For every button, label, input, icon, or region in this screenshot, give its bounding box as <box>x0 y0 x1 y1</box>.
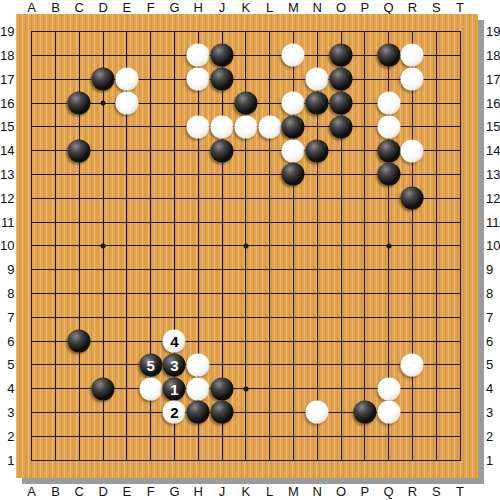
intersection-N9[interactable] <box>305 258 329 282</box>
intersection-J10[interactable] <box>210 234 234 258</box>
intersection-O6[interactable] <box>329 329 353 353</box>
intersection-P7[interactable] <box>353 305 377 329</box>
intersection-O5[interactable] <box>329 353 353 377</box>
intersection-R6[interactable] <box>401 329 425 353</box>
intersection-Q16[interactable] <box>377 91 401 115</box>
intersection-K15[interactable] <box>234 115 258 139</box>
intersection-F10[interactable] <box>139 234 163 258</box>
intersection-B14[interactable] <box>44 139 68 163</box>
intersection-R1[interactable] <box>401 448 425 472</box>
intersection-S8[interactable] <box>424 282 448 306</box>
intersection-G1[interactable] <box>163 448 187 472</box>
intersection-S19[interactable] <box>424 20 448 44</box>
intersection-H6[interactable] <box>186 329 210 353</box>
intersection-H16[interactable] <box>186 91 210 115</box>
intersection-D16[interactable] <box>91 91 115 115</box>
intersection-C14[interactable] <box>67 139 91 163</box>
intersection-E4[interactable] <box>115 377 139 401</box>
intersection-B18[interactable] <box>44 44 68 68</box>
intersection-M9[interactable] <box>282 258 306 282</box>
intersection-A15[interactable] <box>20 115 44 139</box>
intersection-P14[interactable] <box>353 139 377 163</box>
intersection-F9[interactable] <box>139 258 163 282</box>
intersection-R11[interactable] <box>401 210 425 234</box>
intersection-S17[interactable] <box>424 67 448 91</box>
intersection-J11[interactable] <box>210 210 234 234</box>
intersection-R13[interactable] <box>401 163 425 187</box>
intersection-S7[interactable] <box>424 305 448 329</box>
intersection-M14[interactable] <box>282 139 306 163</box>
intersection-M6[interactable] <box>282 329 306 353</box>
intersection-E11[interactable] <box>115 210 139 234</box>
intersection-S2[interactable] <box>424 424 448 448</box>
intersection-F14[interactable] <box>139 139 163 163</box>
intersection-O10[interactable] <box>329 234 353 258</box>
intersection-P6[interactable] <box>353 329 377 353</box>
intersection-N2[interactable] <box>305 424 329 448</box>
intersection-H13[interactable] <box>186 163 210 187</box>
intersection-C18[interactable] <box>67 44 91 68</box>
intersection-N19[interactable] <box>305 20 329 44</box>
intersection-T17[interactable] <box>448 67 472 91</box>
intersection-T3[interactable] <box>448 401 472 425</box>
intersection-F13[interactable] <box>139 163 163 187</box>
intersection-C4[interactable] <box>67 377 91 401</box>
intersection-P10[interactable] <box>353 234 377 258</box>
intersection-O9[interactable] <box>329 258 353 282</box>
intersection-P17[interactable] <box>353 67 377 91</box>
intersection-R8[interactable] <box>401 282 425 306</box>
intersection-R12[interactable] <box>401 186 425 210</box>
intersection-C2[interactable] <box>67 424 91 448</box>
intersection-H12[interactable] <box>186 186 210 210</box>
intersection-H19[interactable] <box>186 20 210 44</box>
intersection-F16[interactable] <box>139 91 163 115</box>
intersection-C8[interactable] <box>67 282 91 306</box>
intersection-J3[interactable] <box>210 401 234 425</box>
intersection-F1[interactable] <box>139 448 163 472</box>
intersection-J2[interactable] <box>210 424 234 448</box>
intersection-D4[interactable] <box>91 377 115 401</box>
intersection-E17[interactable] <box>115 67 139 91</box>
intersection-T14[interactable] <box>448 139 472 163</box>
intersection-E12[interactable] <box>115 186 139 210</box>
intersection-E2[interactable] <box>115 424 139 448</box>
intersection-L16[interactable] <box>258 91 282 115</box>
intersection-F3[interactable] <box>139 401 163 425</box>
intersection-K9[interactable] <box>234 258 258 282</box>
intersection-R17[interactable] <box>401 67 425 91</box>
intersection-T18[interactable] <box>448 44 472 68</box>
intersection-E5[interactable] <box>115 353 139 377</box>
intersection-D5[interactable] <box>91 353 115 377</box>
intersection-N17[interactable] <box>305 67 329 91</box>
intersection-F18[interactable] <box>139 44 163 68</box>
intersection-C5[interactable] <box>67 353 91 377</box>
intersection-Q9[interactable] <box>377 258 401 282</box>
intersection-F17[interactable] <box>139 67 163 91</box>
intersection-L15[interactable] <box>258 115 282 139</box>
intersection-K5[interactable] <box>234 353 258 377</box>
intersection-L17[interactable] <box>258 67 282 91</box>
intersection-F6[interactable] <box>139 329 163 353</box>
intersection-T9[interactable] <box>448 258 472 282</box>
intersection-R15[interactable] <box>401 115 425 139</box>
intersection-P9[interactable] <box>353 258 377 282</box>
intersection-J16[interactable] <box>210 91 234 115</box>
intersection-C19[interactable] <box>67 20 91 44</box>
intersection-Q19[interactable] <box>377 20 401 44</box>
intersection-P2[interactable] <box>353 424 377 448</box>
intersection-R19[interactable] <box>401 20 425 44</box>
intersection-S16[interactable] <box>424 91 448 115</box>
intersection-C9[interactable] <box>67 258 91 282</box>
intersection-A16[interactable] <box>20 91 44 115</box>
intersection-D3[interactable] <box>91 401 115 425</box>
intersection-G18[interactable] <box>163 44 187 68</box>
intersection-K10[interactable] <box>234 234 258 258</box>
intersection-L2[interactable] <box>258 424 282 448</box>
intersection-K8[interactable] <box>234 282 258 306</box>
intersection-Q5[interactable] <box>377 353 401 377</box>
intersection-F19[interactable] <box>139 20 163 44</box>
intersection-M13[interactable] <box>282 163 306 187</box>
intersection-A18[interactable] <box>20 44 44 68</box>
intersection-D10[interactable] <box>91 234 115 258</box>
intersection-A2[interactable] <box>20 424 44 448</box>
intersection-Q11[interactable] <box>377 210 401 234</box>
intersection-K17[interactable] <box>234 67 258 91</box>
intersection-A3[interactable] <box>20 401 44 425</box>
intersection-R4[interactable] <box>401 377 425 401</box>
intersection-N6[interactable] <box>305 329 329 353</box>
intersection-L14[interactable] <box>258 139 282 163</box>
intersection-T8[interactable] <box>448 282 472 306</box>
intersection-N3[interactable] <box>305 401 329 425</box>
intersection-Q6[interactable] <box>377 329 401 353</box>
intersection-H2[interactable] <box>186 424 210 448</box>
intersection-L6[interactable] <box>258 329 282 353</box>
intersection-P15[interactable] <box>353 115 377 139</box>
intersection-S14[interactable] <box>424 139 448 163</box>
intersection-A10[interactable] <box>20 234 44 258</box>
intersection-H11[interactable] <box>186 210 210 234</box>
intersection-Q3[interactable] <box>377 401 401 425</box>
intersection-O15[interactable] <box>329 115 353 139</box>
intersection-G5[interactable]: 3 <box>163 353 187 377</box>
intersection-G10[interactable] <box>163 234 187 258</box>
intersection-O16[interactable] <box>329 91 353 115</box>
intersection-D1[interactable] <box>91 448 115 472</box>
intersection-A14[interactable] <box>20 139 44 163</box>
intersection-H14[interactable] <box>186 139 210 163</box>
intersection-T5[interactable] <box>448 353 472 377</box>
intersection-G2[interactable] <box>163 424 187 448</box>
intersection-Q10[interactable] <box>377 234 401 258</box>
intersection-K11[interactable] <box>234 210 258 234</box>
intersection-H3[interactable] <box>186 401 210 425</box>
intersection-C12[interactable] <box>67 186 91 210</box>
intersection-O12[interactable] <box>329 186 353 210</box>
intersection-L18[interactable] <box>258 44 282 68</box>
intersection-O8[interactable] <box>329 282 353 306</box>
intersection-E16[interactable] <box>115 91 139 115</box>
intersection-O2[interactable] <box>329 424 353 448</box>
intersection-S18[interactable] <box>424 44 448 68</box>
intersection-L7[interactable] <box>258 305 282 329</box>
intersection-B2[interactable] <box>44 424 68 448</box>
intersection-J4[interactable] <box>210 377 234 401</box>
intersection-H7[interactable] <box>186 305 210 329</box>
intersection-B5[interactable] <box>44 353 68 377</box>
intersection-G11[interactable] <box>163 210 187 234</box>
intersection-T1[interactable] <box>448 448 472 472</box>
intersection-P13[interactable] <box>353 163 377 187</box>
intersection-E9[interactable] <box>115 258 139 282</box>
intersection-M4[interactable] <box>282 377 306 401</box>
intersection-F7[interactable] <box>139 305 163 329</box>
intersection-S1[interactable] <box>424 448 448 472</box>
intersection-J7[interactable] <box>210 305 234 329</box>
intersection-D6[interactable] <box>91 329 115 353</box>
intersection-O18[interactable] <box>329 44 353 68</box>
intersection-J1[interactable] <box>210 448 234 472</box>
intersection-N15[interactable] <box>305 115 329 139</box>
intersection-A5[interactable] <box>20 353 44 377</box>
intersection-B10[interactable] <box>44 234 68 258</box>
intersection-F12[interactable] <box>139 186 163 210</box>
intersection-M2[interactable] <box>282 424 306 448</box>
intersection-M5[interactable] <box>282 353 306 377</box>
intersection-B15[interactable] <box>44 115 68 139</box>
intersection-J17[interactable] <box>210 67 234 91</box>
intersection-B19[interactable] <box>44 20 68 44</box>
intersection-R16[interactable] <box>401 91 425 115</box>
intersection-R9[interactable] <box>401 258 425 282</box>
intersection-E18[interactable] <box>115 44 139 68</box>
intersection-T2[interactable] <box>448 424 472 448</box>
intersection-F5[interactable]: 5 <box>139 353 163 377</box>
intersection-T7[interactable] <box>448 305 472 329</box>
intersection-Q8[interactable] <box>377 282 401 306</box>
intersection-M3[interactable] <box>282 401 306 425</box>
intersection-G16[interactable] <box>163 91 187 115</box>
intersection-D11[interactable] <box>91 210 115 234</box>
intersection-N5[interactable] <box>305 353 329 377</box>
intersection-N7[interactable] <box>305 305 329 329</box>
intersection-N13[interactable] <box>305 163 329 187</box>
intersection-A7[interactable] <box>20 305 44 329</box>
intersection-E10[interactable] <box>115 234 139 258</box>
intersection-C1[interactable] <box>67 448 91 472</box>
intersection-Q15[interactable] <box>377 115 401 139</box>
intersection-L9[interactable] <box>258 258 282 282</box>
intersection-N4[interactable] <box>305 377 329 401</box>
intersection-E3[interactable] <box>115 401 139 425</box>
intersection-T10[interactable] <box>448 234 472 258</box>
intersection-M16[interactable] <box>282 91 306 115</box>
intersection-P18[interactable] <box>353 44 377 68</box>
intersection-G8[interactable] <box>163 282 187 306</box>
intersection-L1[interactable] <box>258 448 282 472</box>
intersection-F4[interactable] <box>139 377 163 401</box>
intersection-J8[interactable] <box>210 282 234 306</box>
intersection-A12[interactable] <box>20 186 44 210</box>
intersection-O14[interactable] <box>329 139 353 163</box>
intersection-E19[interactable] <box>115 20 139 44</box>
intersection-R3[interactable] <box>401 401 425 425</box>
intersection-G9[interactable] <box>163 258 187 282</box>
intersection-H4[interactable] <box>186 377 210 401</box>
intersection-E8[interactable] <box>115 282 139 306</box>
intersection-D18[interactable] <box>91 44 115 68</box>
intersection-N11[interactable] <box>305 210 329 234</box>
intersection-J14[interactable] <box>210 139 234 163</box>
intersection-N18[interactable] <box>305 44 329 68</box>
intersection-M10[interactable] <box>282 234 306 258</box>
intersection-K18[interactable] <box>234 44 258 68</box>
intersection-A17[interactable] <box>20 67 44 91</box>
intersection-S11[interactable] <box>424 210 448 234</box>
intersection-T4[interactable] <box>448 377 472 401</box>
intersection-E13[interactable] <box>115 163 139 187</box>
intersection-K19[interactable] <box>234 20 258 44</box>
intersection-N14[interactable] <box>305 139 329 163</box>
intersection-A1[interactable] <box>20 448 44 472</box>
intersection-H18[interactable] <box>186 44 210 68</box>
intersection-Q18[interactable] <box>377 44 401 68</box>
intersection-G19[interactable] <box>163 20 187 44</box>
intersection-D9[interactable] <box>91 258 115 282</box>
intersection-H5[interactable] <box>186 353 210 377</box>
intersection-K2[interactable] <box>234 424 258 448</box>
intersection-T19[interactable] <box>448 20 472 44</box>
intersection-S5[interactable] <box>424 353 448 377</box>
intersection-B7[interactable] <box>44 305 68 329</box>
intersection-J19[interactable] <box>210 20 234 44</box>
intersection-J5[interactable] <box>210 353 234 377</box>
intersection-R5[interactable] <box>401 353 425 377</box>
intersection-A11[interactable] <box>20 210 44 234</box>
intersection-K3[interactable] <box>234 401 258 425</box>
intersection-L10[interactable] <box>258 234 282 258</box>
intersection-P12[interactable] <box>353 186 377 210</box>
intersection-J9[interactable] <box>210 258 234 282</box>
intersection-M11[interactable] <box>282 210 306 234</box>
intersection-Q17[interactable] <box>377 67 401 91</box>
intersection-G7[interactable] <box>163 305 187 329</box>
intersection-L11[interactable] <box>258 210 282 234</box>
intersection-M15[interactable] <box>282 115 306 139</box>
intersection-J6[interactable] <box>210 329 234 353</box>
intersection-D12[interactable] <box>91 186 115 210</box>
intersection-E15[interactable] <box>115 115 139 139</box>
intersection-H10[interactable] <box>186 234 210 258</box>
intersection-B13[interactable] <box>44 163 68 187</box>
intersection-D13[interactable] <box>91 163 115 187</box>
intersection-P19[interactable] <box>353 20 377 44</box>
intersection-M17[interactable] <box>282 67 306 91</box>
intersection-A13[interactable] <box>20 163 44 187</box>
intersection-R14[interactable] <box>401 139 425 163</box>
intersection-T11[interactable] <box>448 210 472 234</box>
intersection-C11[interactable] <box>67 210 91 234</box>
intersection-T15[interactable] <box>448 115 472 139</box>
intersection-G4[interactable]: 1 <box>163 377 187 401</box>
intersection-A9[interactable] <box>20 258 44 282</box>
intersection-D14[interactable] <box>91 139 115 163</box>
intersection-L3[interactable] <box>258 401 282 425</box>
intersection-M19[interactable] <box>282 20 306 44</box>
intersection-O17[interactable] <box>329 67 353 91</box>
intersection-C3[interactable] <box>67 401 91 425</box>
intersection-R18[interactable] <box>401 44 425 68</box>
intersection-Q2[interactable] <box>377 424 401 448</box>
intersection-F8[interactable] <box>139 282 163 306</box>
intersection-Q7[interactable] <box>377 305 401 329</box>
intersection-G3[interactable]: 2 <box>163 401 187 425</box>
intersection-P5[interactable] <box>353 353 377 377</box>
intersection-G13[interactable] <box>163 163 187 187</box>
intersection-K12[interactable] <box>234 186 258 210</box>
intersection-O1[interactable] <box>329 448 353 472</box>
intersection-B12[interactable] <box>44 186 68 210</box>
intersection-C17[interactable] <box>67 67 91 91</box>
intersection-H15[interactable] <box>186 115 210 139</box>
intersection-L13[interactable] <box>258 163 282 187</box>
intersection-G15[interactable] <box>163 115 187 139</box>
intersection-O3[interactable] <box>329 401 353 425</box>
intersection-B11[interactable] <box>44 210 68 234</box>
intersection-O11[interactable] <box>329 210 353 234</box>
intersection-T6[interactable] <box>448 329 472 353</box>
intersection-T12[interactable] <box>448 186 472 210</box>
intersection-L4[interactable] <box>258 377 282 401</box>
intersection-S10[interactable] <box>424 234 448 258</box>
intersection-D7[interactable] <box>91 305 115 329</box>
intersection-C15[interactable] <box>67 115 91 139</box>
intersection-O4[interactable] <box>329 377 353 401</box>
intersection-P3[interactable] <box>353 401 377 425</box>
intersection-O19[interactable] <box>329 20 353 44</box>
intersection-N10[interactable] <box>305 234 329 258</box>
intersection-M18[interactable] <box>282 44 306 68</box>
intersection-K14[interactable] <box>234 139 258 163</box>
intersection-K16[interactable] <box>234 91 258 115</box>
intersection-M12[interactable] <box>282 186 306 210</box>
intersection-Q14[interactable] <box>377 139 401 163</box>
intersection-B4[interactable] <box>44 377 68 401</box>
intersection-C6[interactable] <box>67 329 91 353</box>
intersection-Q4[interactable] <box>377 377 401 401</box>
intersection-S15[interactable] <box>424 115 448 139</box>
intersection-P11[interactable] <box>353 210 377 234</box>
intersection-R10[interactable] <box>401 234 425 258</box>
intersection-E7[interactable] <box>115 305 139 329</box>
intersection-D8[interactable] <box>91 282 115 306</box>
intersection-H8[interactable] <box>186 282 210 306</box>
intersection-C16[interactable] <box>67 91 91 115</box>
intersection-A4[interactable] <box>20 377 44 401</box>
intersection-S12[interactable] <box>424 186 448 210</box>
intersection-Q12[interactable] <box>377 186 401 210</box>
intersection-J15[interactable] <box>210 115 234 139</box>
intersection-T16[interactable] <box>448 91 472 115</box>
intersection-O7[interactable] <box>329 305 353 329</box>
intersection-P1[interactable] <box>353 448 377 472</box>
intersection-C10[interactable] <box>67 234 91 258</box>
intersection-C13[interactable] <box>67 163 91 187</box>
